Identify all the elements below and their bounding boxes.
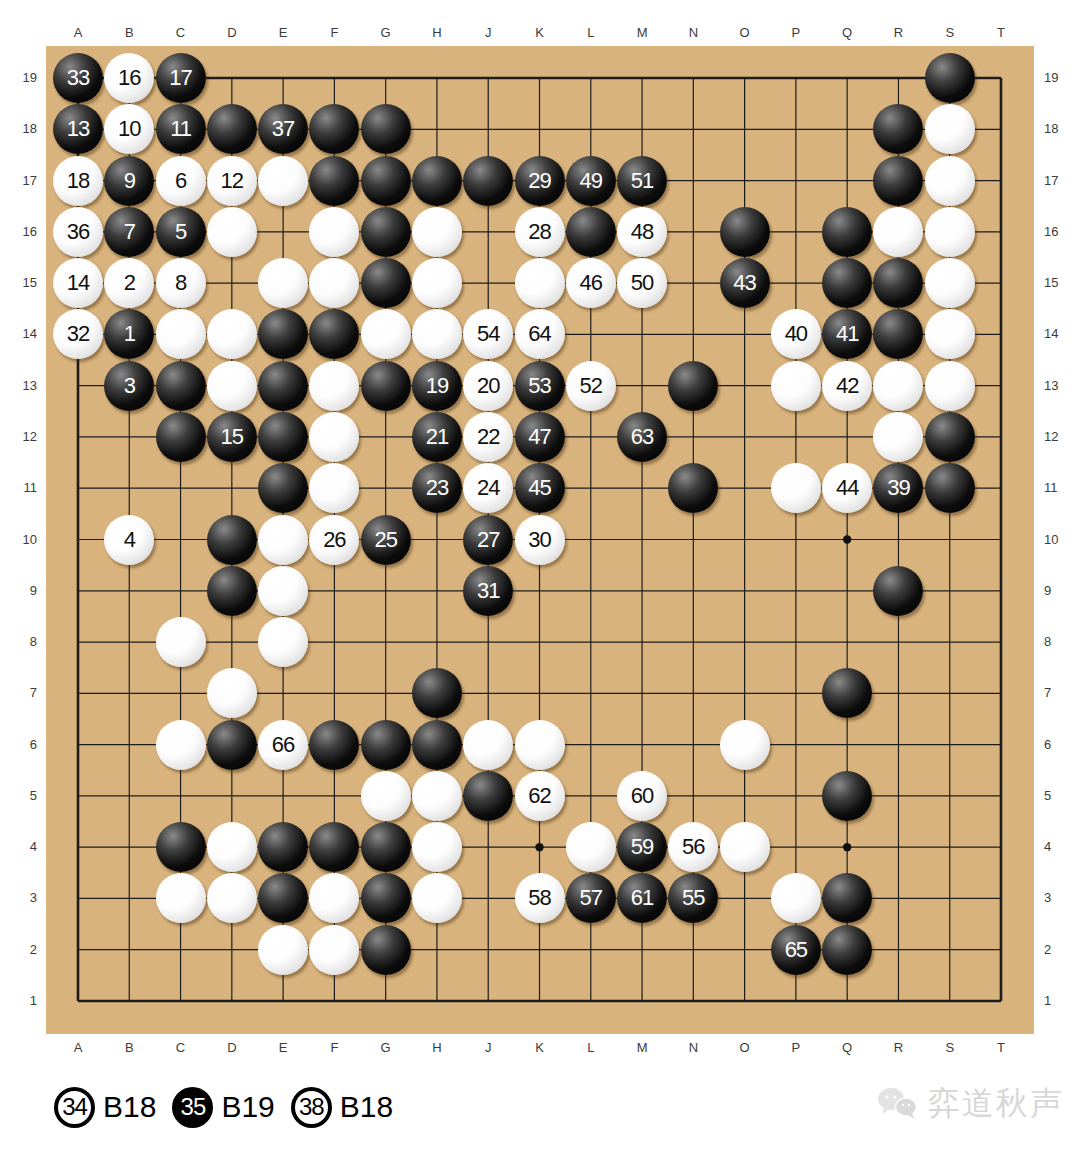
move-number: 39 — [887, 477, 909, 499]
move-number: 18 — [67, 170, 89, 192]
coord-left-17: 17 — [7, 173, 37, 188]
stone-Q15 — [822, 258, 872, 308]
coord-right-11: 11 — [1044, 480, 1074, 495]
stone-S15 — [925, 258, 975, 308]
coord-top-D: D — [217, 25, 247, 40]
stone-K3: 58 — [515, 873, 565, 923]
move-number: 62 — [528, 785, 550, 807]
stone-C6 — [156, 720, 206, 770]
stone-S14 — [925, 309, 975, 359]
stone-G18 — [361, 104, 411, 154]
coord-right-10: 10 — [1044, 532, 1074, 547]
stone-S17 — [925, 156, 975, 206]
stone-C16: 5 — [156, 207, 206, 257]
coord-bottom-R: R — [883, 1040, 913, 1055]
move-number: 1 — [124, 323, 135, 345]
coord-right-12: 12 — [1044, 429, 1074, 444]
stone-E8 — [258, 617, 308, 667]
coord-top-R: R — [883, 25, 913, 40]
stone-H15 — [412, 258, 462, 308]
coord-right-6: 6 — [1044, 737, 1074, 752]
stone-M15: 50 — [617, 258, 667, 308]
move-number: 59 — [631, 836, 653, 858]
stone-O4 — [720, 822, 770, 872]
coord-top-B: B — [114, 25, 144, 40]
coord-bottom-O: O — [730, 1040, 760, 1055]
move-number: 37 — [272, 118, 294, 140]
coord-left-9: 9 — [7, 583, 37, 598]
move-number: 20 — [477, 375, 499, 397]
coord-top-H: H — [422, 25, 452, 40]
move-number: 29 — [528, 170, 550, 192]
coord-right-14: 14 — [1044, 326, 1074, 341]
stone-E13 — [258, 361, 308, 411]
move-number: 56 — [682, 836, 704, 858]
stone-K17: 29 — [515, 156, 565, 206]
stone-C3 — [156, 873, 206, 923]
move-number: 49 — [580, 170, 602, 192]
move-number: 24 — [477, 477, 499, 499]
stone-S16 — [925, 207, 975, 257]
stone-E2 — [258, 925, 308, 975]
coord-bottom-B: B — [114, 1040, 144, 1055]
coord-right-19: 19 — [1044, 70, 1074, 85]
stone-J6 — [463, 720, 513, 770]
coord-top-Q: Q — [832, 25, 862, 40]
move-number: 21 — [426, 426, 448, 448]
move-number: 50 — [631, 272, 653, 294]
stone-C8 — [156, 617, 206, 667]
stone-F2 — [309, 925, 359, 975]
stone-H5 — [412, 771, 462, 821]
stone-L17: 49 — [566, 156, 616, 206]
move-number: 10 — [118, 118, 140, 140]
stone-H17 — [412, 156, 462, 206]
stone-H13: 19 — [412, 361, 462, 411]
watermark-text: 弈道秋声 — [928, 1082, 1064, 1126]
stone-F10: 26 — [309, 515, 359, 565]
stone-H7 — [412, 668, 462, 718]
stone-R17 — [873, 156, 923, 206]
coord-bottom-Q: Q — [832, 1040, 862, 1055]
stone-M12: 63 — [617, 412, 667, 462]
stone-D6 — [207, 720, 257, 770]
move-number: 2 — [124, 272, 135, 294]
move-number: 45 — [528, 477, 550, 499]
caption-coord-35: B19 — [221, 1090, 274, 1124]
move-number: 51 — [631, 170, 653, 192]
stone-A16: 36 — [53, 207, 103, 257]
coord-top-K: K — [525, 25, 555, 40]
stone-D3 — [207, 873, 257, 923]
stone-K5: 62 — [515, 771, 565, 821]
coord-top-O: O — [730, 25, 760, 40]
coord-right-5: 5 — [1044, 788, 1074, 803]
stone-L15: 46 — [566, 258, 616, 308]
stone-A15: 14 — [53, 258, 103, 308]
stone-Q13: 42 — [822, 361, 872, 411]
stone-H4 — [412, 822, 462, 872]
coord-left-10: 10 — [7, 532, 37, 547]
coord-top-T: T — [986, 25, 1016, 40]
coord-bottom-T: T — [986, 1040, 1016, 1055]
coord-bottom-D: D — [217, 1040, 247, 1055]
stone-D13 — [207, 361, 257, 411]
coord-right-1: 1 — [1044, 993, 1074, 1008]
coord-right-18: 18 — [1044, 121, 1074, 136]
stone-O6 — [720, 720, 770, 770]
coord-left-14: 14 — [7, 326, 37, 341]
stone-F17 — [309, 156, 359, 206]
coord-bottom-E: E — [268, 1040, 298, 1055]
coord-top-M: M — [627, 25, 657, 40]
stone-M16: 48 — [617, 207, 667, 257]
stone-S13 — [925, 361, 975, 411]
stone-J13: 20 — [463, 361, 513, 411]
go-diagram-page: 3316171310113718961229495136752848142846… — [0, 0, 1080, 1156]
stone-P14: 40 — [771, 309, 821, 359]
stone-S12 — [925, 412, 975, 462]
stone-G17 — [361, 156, 411, 206]
stone-E12 — [258, 412, 308, 462]
move-number: 65 — [785, 939, 807, 961]
coord-bottom-C: C — [166, 1040, 196, 1055]
coord-bottom-F: F — [319, 1040, 349, 1055]
move-number: 9 — [124, 170, 135, 192]
move-number: 6 — [175, 170, 186, 192]
coord-bottom-J: J — [473, 1040, 503, 1055]
move-number: 12 — [221, 170, 243, 192]
caption-coord-38: B18 — [340, 1090, 393, 1124]
move-number: 48 — [631, 221, 653, 243]
coord-right-13: 13 — [1044, 378, 1074, 393]
coord-left-19: 19 — [7, 70, 37, 85]
stone-E11 — [258, 463, 308, 513]
stone-A18: 13 — [53, 104, 103, 154]
stone-G4 — [361, 822, 411, 872]
coord-top-S: S — [935, 25, 965, 40]
stone-S19 — [925, 53, 975, 103]
caption-stone-34: 34 — [54, 1087, 95, 1128]
watermark: 弈道秋声 — [876, 1082, 1064, 1126]
move-number: 8 — [175, 272, 186, 294]
stone-H6 — [412, 720, 462, 770]
coord-left-1: 1 — [7, 993, 37, 1008]
stone-C13 — [156, 361, 206, 411]
coord-left-5: 5 — [7, 788, 37, 803]
move-number: 57 — [580, 887, 602, 909]
caption-coord-34: B18 — [103, 1090, 156, 1124]
stone-J10: 27 — [463, 515, 513, 565]
stone-F16 — [309, 207, 359, 257]
caption-item-34: 34B18 — [54, 1087, 156, 1128]
stone-B13: 3 — [104, 361, 154, 411]
stone-R13 — [873, 361, 923, 411]
stone-Q5 — [822, 771, 872, 821]
move-number: 11 — [170, 118, 191, 140]
stone-B19: 16 — [104, 53, 154, 103]
stone-G3 — [361, 873, 411, 923]
stone-H16 — [412, 207, 462, 257]
stone-K13: 53 — [515, 361, 565, 411]
stone-G2 — [361, 925, 411, 975]
stone-L13: 52 — [566, 361, 616, 411]
wechat-icon — [876, 1085, 920, 1123]
stone-P3 — [771, 873, 821, 923]
stone-N13 — [668, 361, 718, 411]
stone-R16 — [873, 207, 923, 257]
move-number: 44 — [836, 477, 858, 499]
stone-A19: 33 — [53, 53, 103, 103]
stone-K16: 28 — [515, 207, 565, 257]
stone-F13 — [309, 361, 359, 411]
stone-K12: 47 — [515, 412, 565, 462]
stone-P13 — [771, 361, 821, 411]
stone-K6 — [515, 720, 565, 770]
coord-top-L: L — [576, 25, 606, 40]
stone-H12: 21 — [412, 412, 462, 462]
move-number: 42 — [836, 375, 858, 397]
stone-J12: 22 — [463, 412, 513, 462]
coord-bottom-A: A — [63, 1040, 93, 1055]
stone-L3: 57 — [566, 873, 616, 923]
move-number: 7 — [124, 221, 135, 243]
move-number: 19 — [426, 375, 448, 397]
stone-G13 — [361, 361, 411, 411]
stone-D12: 15 — [207, 412, 257, 462]
stone-G6 — [361, 720, 411, 770]
stone-K15 — [515, 258, 565, 308]
move-number: 33 — [67, 67, 89, 89]
caption-item-38: 38B18 — [291, 1087, 393, 1128]
move-number: 53 — [528, 375, 550, 397]
coord-top-C: C — [166, 25, 196, 40]
move-number: 25 — [374, 529, 396, 551]
coord-top-A: A — [63, 25, 93, 40]
coord-top-N: N — [678, 25, 708, 40]
coord-bottom-K: K — [525, 1040, 555, 1055]
caption-stone-38: 38 — [291, 1087, 332, 1128]
coord-left-6: 6 — [7, 737, 37, 752]
coord-top-E: E — [268, 25, 298, 40]
move-number: 58 — [528, 887, 550, 909]
stone-C17: 6 — [156, 156, 206, 206]
stone-D7 — [207, 668, 257, 718]
stone-S11 — [925, 463, 975, 513]
move-number: 17 — [169, 67, 191, 89]
coord-top-J: J — [473, 25, 503, 40]
move-number: 14 — [67, 272, 89, 294]
coord-bottom-P: P — [781, 1040, 811, 1055]
stone-D10 — [207, 515, 257, 565]
coord-bottom-N: N — [678, 1040, 708, 1055]
stone-R9 — [873, 566, 923, 616]
coord-left-18: 18 — [7, 121, 37, 136]
move-number: 55 — [682, 887, 704, 909]
coord-left-13: 13 — [7, 378, 37, 393]
stone-E15 — [258, 258, 308, 308]
stone-D18 — [207, 104, 257, 154]
coord-top-P: P — [781, 25, 811, 40]
stone-C18: 11 — [156, 104, 206, 154]
coord-left-12: 12 — [7, 429, 37, 444]
coord-bottom-G: G — [371, 1040, 401, 1055]
coord-left-16: 16 — [7, 224, 37, 239]
stone-G15 — [361, 258, 411, 308]
coord-right-4: 4 — [1044, 839, 1074, 854]
stone-D9 — [207, 566, 257, 616]
move-number: 40 — [785, 323, 807, 345]
move-number: 5 — [175, 221, 186, 243]
move-number: 60 — [631, 785, 653, 807]
coord-left-4: 4 — [7, 839, 37, 854]
stone-B16: 7 — [104, 207, 154, 257]
stone-K11: 45 — [515, 463, 565, 513]
stone-G5 — [361, 771, 411, 821]
stone-D4 — [207, 822, 257, 872]
move-number: 64 — [528, 323, 550, 345]
stone-C12 — [156, 412, 206, 462]
move-number: 28 — [528, 221, 550, 243]
move-number: 15 — [221, 426, 243, 448]
move-number: 32 — [67, 323, 89, 345]
move-number: 61 — [631, 887, 653, 909]
move-number: 13 — [67, 118, 89, 140]
coord-left-8: 8 — [7, 634, 37, 649]
coord-left-2: 2 — [7, 942, 37, 957]
stone-M4: 59 — [617, 822, 667, 872]
coord-bottom-L: L — [576, 1040, 606, 1055]
stone-L16 — [566, 207, 616, 257]
coord-right-2: 2 — [1044, 942, 1074, 957]
coord-left-11: 11 — [7, 480, 37, 495]
coord-top-G: G — [371, 25, 401, 40]
stone-P11 — [771, 463, 821, 513]
stone-D16 — [207, 207, 257, 257]
stone-C4 — [156, 822, 206, 872]
stone-J9: 31 — [463, 566, 513, 616]
move-number: 36 — [67, 221, 89, 243]
move-number: 31 — [477, 580, 499, 602]
coord-right-17: 17 — [1044, 173, 1074, 188]
move-number: 3 — [124, 375, 135, 397]
move-number: 54 — [477, 323, 499, 345]
move-number: 46 — [580, 272, 602, 294]
move-number: 63 — [631, 426, 653, 448]
move-number: 66 — [272, 734, 294, 756]
stone-J17 — [463, 156, 513, 206]
stone-K14: 64 — [515, 309, 565, 359]
caption-item-35: 35B19 — [172, 1087, 274, 1128]
stone-G16 — [361, 207, 411, 257]
stone-S18 — [925, 104, 975, 154]
stone-C19: 17 — [156, 53, 206, 103]
stone-O15: 43 — [720, 258, 770, 308]
move-number: 23 — [426, 477, 448, 499]
stone-E4 — [258, 822, 308, 872]
stone-H14 — [412, 309, 462, 359]
stone-O16 — [720, 207, 770, 257]
stone-P2: 65 — [771, 925, 821, 975]
stone-H11: 23 — [412, 463, 462, 513]
stone-F6 — [309, 720, 359, 770]
caption-stone-35: 35 — [172, 1087, 213, 1128]
stone-C14 — [156, 309, 206, 359]
coord-top-F: F — [319, 25, 349, 40]
stone-C15: 8 — [156, 258, 206, 308]
stone-F12 — [309, 412, 359, 462]
move-number: 30 — [528, 529, 550, 551]
stone-G14 — [361, 309, 411, 359]
move-number: 43 — [733, 272, 755, 294]
move-number: 47 — [528, 426, 550, 448]
move-number: 4 — [124, 529, 135, 551]
stone-G10: 25 — [361, 515, 411, 565]
coord-bottom-H: H — [422, 1040, 452, 1055]
stone-L4 — [566, 822, 616, 872]
stone-D14 — [207, 309, 257, 359]
stone-Q2 — [822, 925, 872, 975]
coord-right-9: 9 — [1044, 583, 1074, 598]
move-number: 26 — [323, 529, 345, 551]
coord-left-15: 15 — [7, 275, 37, 290]
coord-right-8: 8 — [1044, 634, 1074, 649]
move-number: 22 — [477, 426, 499, 448]
move-number: 27 — [477, 529, 499, 551]
coord-right-16: 16 — [1044, 224, 1074, 239]
coord-bottom-S: S — [935, 1040, 965, 1055]
stone-B17: 9 — [104, 156, 154, 206]
coord-right-15: 15 — [1044, 275, 1074, 290]
stone-M5: 60 — [617, 771, 667, 821]
stone-Q16 — [822, 207, 872, 257]
coord-bottom-M: M — [627, 1040, 657, 1055]
stone-E6: 66 — [258, 720, 308, 770]
stone-K10: 30 — [515, 515, 565, 565]
stone-A17: 18 — [53, 156, 103, 206]
stone-E9 — [258, 566, 308, 616]
stone-D17: 12 — [207, 156, 257, 206]
stone-E17 — [258, 156, 308, 206]
coord-left-3: 3 — [7, 890, 37, 905]
coord-right-7: 7 — [1044, 685, 1074, 700]
coord-right-3: 3 — [1044, 890, 1074, 905]
move-number: 16 — [118, 67, 140, 89]
coord-left-7: 7 — [7, 685, 37, 700]
goban: 3316171310113718961229495136752848142846… — [46, 46, 1034, 1034]
stone-B10: 4 — [104, 515, 154, 565]
move-number: 41 — [836, 323, 858, 345]
stone-J5 — [463, 771, 513, 821]
stone-M17: 51 — [617, 156, 667, 206]
stone-E10 — [258, 515, 308, 565]
move-number: 52 — [580, 375, 602, 397]
caption: 34B1835B1938B18 — [54, 1084, 409, 1130]
